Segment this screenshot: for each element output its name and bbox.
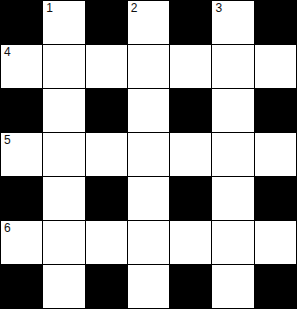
white-cell-r1c5[interactable] — [212, 45, 253, 88]
white-cell-r5c3[interactable] — [128, 221, 169, 264]
white-cell-r3c6[interactable] — [255, 133, 296, 176]
white-cell-r3c3[interactable] — [128, 133, 169, 176]
clue-number: 6 — [4, 222, 11, 234]
black-cell-r2c0 — [1, 89, 42, 132]
white-cell-r1c6[interactable] — [255, 45, 296, 88]
black-cell-r0c0 — [1, 1, 42, 44]
white-cell-r2c1[interactable] — [43, 89, 84, 132]
black-cell-r2c4 — [170, 89, 211, 132]
white-cell-r3c4[interactable] — [170, 133, 211, 176]
crossword-grid: 123456 — [0, 0, 297, 309]
black-cell-r0c4 — [170, 1, 211, 44]
black-cell-r0c2 — [86, 1, 127, 44]
black-cell-r2c2 — [86, 89, 127, 132]
white-cell-r6c1[interactable] — [43, 265, 84, 308]
white-cell-r3c5[interactable] — [212, 133, 253, 176]
white-cell-r1c4[interactable] — [170, 45, 211, 88]
white-cell-r6c3[interactable] — [128, 265, 169, 308]
white-cell-r4c5[interactable] — [212, 177, 253, 220]
white-cell-r4c1[interactable] — [43, 177, 84, 220]
clue-number: 2 — [131, 2, 138, 14]
black-cell-r6c6 — [255, 265, 296, 308]
black-cell-r0c6 — [255, 1, 296, 44]
white-cell-r0c1[interactable]: 1 — [43, 1, 84, 44]
black-cell-r4c2 — [86, 177, 127, 220]
clue-number: 3 — [215, 2, 222, 14]
white-cell-r6c5[interactable] — [212, 265, 253, 308]
black-cell-r2c6 — [255, 89, 296, 132]
white-cell-r0c5[interactable]: 3 — [212, 1, 253, 44]
clue-number: 5 — [4, 134, 11, 146]
white-cell-r1c0[interactable]: 4 — [1, 45, 42, 88]
black-cell-r6c4 — [170, 265, 211, 308]
black-cell-r6c0 — [1, 265, 42, 308]
black-cell-r6c2 — [86, 265, 127, 308]
white-cell-r1c2[interactable] — [86, 45, 127, 88]
white-cell-r5c2[interactable] — [86, 221, 127, 264]
white-cell-r1c1[interactable] — [43, 45, 84, 88]
white-cell-r3c2[interactable] — [86, 133, 127, 176]
white-cell-r3c0[interactable]: 5 — [1, 133, 42, 176]
clue-number: 4 — [4, 46, 11, 58]
white-cell-r1c3[interactable] — [128, 45, 169, 88]
white-cell-r3c1[interactable] — [43, 133, 84, 176]
white-cell-r5c1[interactable] — [43, 221, 84, 264]
clue-number: 1 — [46, 2, 53, 14]
black-cell-r4c6 — [255, 177, 296, 220]
white-cell-r4c3[interactable] — [128, 177, 169, 220]
white-cell-r5c0[interactable]: 6 — [1, 221, 42, 264]
white-cell-r5c5[interactable] — [212, 221, 253, 264]
black-cell-r4c0 — [1, 177, 42, 220]
white-cell-r2c3[interactable] — [128, 89, 169, 132]
white-cell-r2c5[interactable] — [212, 89, 253, 132]
black-cell-r4c4 — [170, 177, 211, 220]
white-cell-r5c6[interactable] — [255, 221, 296, 264]
white-cell-r5c4[interactable] — [170, 221, 211, 264]
white-cell-r0c3[interactable]: 2 — [128, 1, 169, 44]
